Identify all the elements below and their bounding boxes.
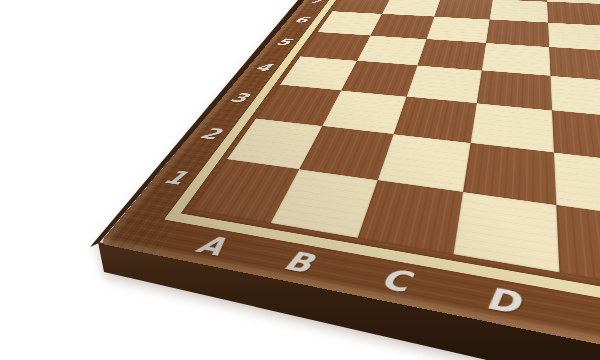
file-label-c: C	[378, 265, 413, 298]
file-label-b: B	[280, 247, 317, 277]
file-label-a: A	[192, 232, 231, 260]
file-label-d: D	[484, 283, 521, 320]
chessboard-photo-scene: 12345678 ABCDEFGH	[0, 0, 600, 360]
